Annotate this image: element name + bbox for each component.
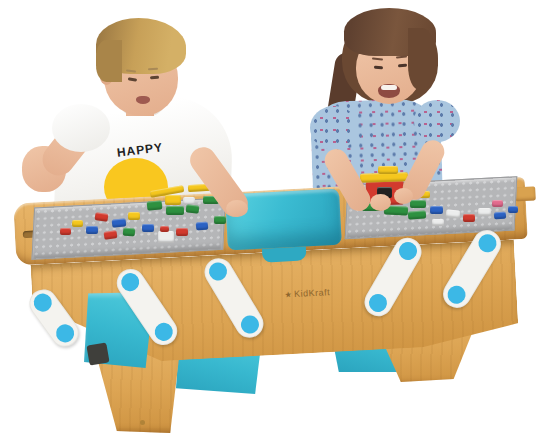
girl-hair-side xyxy=(408,28,436,90)
toy-brick xyxy=(95,212,109,222)
photo-scene: HAPPY ★KidKraft xyxy=(0,0,550,442)
toy-brick xyxy=(430,206,443,214)
strap-pivot-dot xyxy=(444,282,469,307)
toy-brick xyxy=(165,195,181,205)
center-bin-front-notch xyxy=(262,246,307,262)
strap-pivot-dot xyxy=(118,270,143,295)
toy-brick xyxy=(410,200,426,208)
toy-brick xyxy=(176,228,188,236)
boy-mouth xyxy=(136,96,150,104)
tabletop-right-tab xyxy=(515,186,536,201)
logo-brand-text: KidKraft xyxy=(294,287,330,299)
toy-brick xyxy=(123,227,136,236)
strap-pivot-dot xyxy=(151,319,176,344)
toy-brick xyxy=(508,206,518,213)
boy-sleeve xyxy=(52,104,110,152)
toy-brick xyxy=(408,210,427,219)
strap-pivot-dot xyxy=(238,312,263,337)
toy-brick xyxy=(112,218,127,227)
toy-brick xyxy=(60,228,71,235)
toy-brick xyxy=(478,208,491,216)
toy-brick xyxy=(446,209,461,218)
strap-pivot-dot xyxy=(53,321,78,346)
leg-screw xyxy=(140,420,145,425)
logo-star-icon: ★ xyxy=(284,290,292,299)
toy-brick xyxy=(494,211,507,219)
girl-left-sleeve xyxy=(310,106,358,150)
bin-mount-bracket xyxy=(86,342,109,365)
toy-brick xyxy=(142,224,154,232)
toy-brick xyxy=(378,166,398,174)
strap-pivot-dot xyxy=(366,291,391,316)
toy-brick xyxy=(147,200,163,211)
strap-pivot-dot xyxy=(396,239,421,264)
toy-brick xyxy=(214,216,226,224)
toy-brick xyxy=(158,231,174,243)
girl-right-hand xyxy=(394,188,413,204)
strap-pivot-dot xyxy=(30,290,55,315)
toy-brick xyxy=(72,220,83,227)
toy-brick xyxy=(463,214,475,222)
toy-brick xyxy=(166,206,184,215)
toy-brick xyxy=(196,221,209,230)
strap-pivot-dot xyxy=(475,231,500,256)
boy-hand-in-bin xyxy=(226,200,248,217)
toy-brick xyxy=(492,200,503,207)
girl-left-hand xyxy=(370,194,391,211)
girl-teeth xyxy=(381,85,397,90)
toy-brick xyxy=(186,204,200,213)
toy-brick xyxy=(432,219,444,226)
toy-brick xyxy=(128,212,140,220)
strap-pivot-dot xyxy=(206,259,231,284)
toy-brick xyxy=(86,226,98,234)
boy-hair-side xyxy=(96,40,122,82)
girl-right-sleeve xyxy=(414,100,460,142)
toy-brick xyxy=(160,226,169,232)
